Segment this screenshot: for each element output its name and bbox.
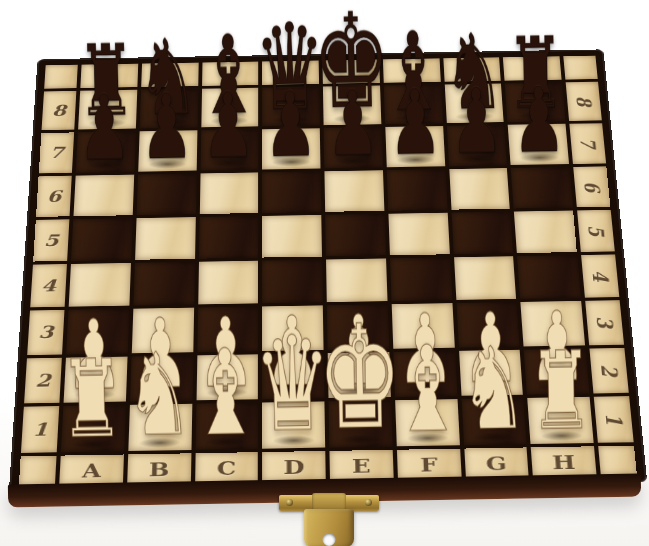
square-c6[interactable] (199, 172, 258, 214)
file-label-e: E (329, 450, 393, 480)
square-c1[interactable]: ♝ (195, 402, 258, 449)
square-b7[interactable]: ♟ (138, 130, 197, 171)
file-label-h: H (531, 446, 597, 476)
square-e5[interactable] (325, 214, 385, 257)
file-label-g: G (464, 447, 529, 477)
coordinate-text: A (82, 460, 102, 480)
coordinate-text: 8 (573, 96, 594, 107)
file-label-f: F (397, 449, 461, 479)
square-d7[interactable]: ♟ (262, 128, 320, 169)
coordinate-text: 8 (52, 103, 67, 118)
square-b5[interactable] (135, 217, 195, 260)
coordinate-text: 1 (602, 413, 625, 426)
rank-label-right-2: 2 (589, 348, 628, 394)
chessboard: 8♜♞♝♛♚♝♞♜87♟♟♟♟♟♟♟♟7665544332♟♟♟♟♟♟♟♟21♜… (11, 51, 645, 492)
coordinate-text: D (283, 456, 304, 476)
rank-label-left-6: 6 (36, 175, 72, 216)
piece-black-pawn[interactable]: ♟ (263, 82, 318, 168)
coordinate-text: 1 (32, 420, 48, 438)
piece-black-pawn[interactable]: ♟ (388, 80, 443, 166)
clasp-screw-right (365, 499, 372, 506)
coordinate-text: F (420, 454, 438, 474)
rank-label-left-2: 2 (24, 357, 62, 403)
coordinate-text: 6 (46, 188, 61, 204)
clasp-tongue (304, 509, 354, 546)
square-a6[interactable] (74, 174, 134, 216)
square-g5[interactable] (451, 211, 513, 254)
rank-label-right-8: 8 (566, 82, 602, 121)
square-e1[interactable]: ♚ (329, 400, 393, 447)
square-d1[interactable]: ♛ (262, 401, 325, 448)
square-h7[interactable]: ♟ (508, 124, 569, 165)
square-f6[interactable] (387, 169, 447, 211)
piece-black-pawn[interactable]: ♟ (512, 78, 567, 164)
square-g1[interactable]: ♞ (461, 398, 526, 445)
file-label-c: C (195, 452, 258, 482)
coordinate-text: 6 (581, 181, 603, 192)
piece-white-rook[interactable]: ♜ (529, 340, 594, 443)
file-label-d: D (262, 451, 325, 481)
border-corner (598, 446, 637, 476)
photo-backdrop: 8♜♞♝♛♚♝♞♜87♟♟♟♟♟♟♟♟7665544332♟♟♟♟♟♟♟♟21♜… (0, 0, 649, 546)
coordinate-text: H (551, 451, 576, 471)
piece-white-knight[interactable]: ♞ (460, 335, 529, 444)
coordinate-text: 2 (598, 364, 621, 376)
border-corner (19, 456, 57, 486)
border-corner (44, 65, 78, 89)
coordinate-text: G (485, 453, 507, 473)
piece-black-pawn[interactable]: ♟ (201, 83, 256, 169)
coordinate-text: 5 (44, 232, 59, 248)
rank-label-right-6: 6 (573, 166, 610, 207)
coordinate-text: 7 (577, 138, 598, 149)
square-a5[interactable] (71, 218, 132, 261)
rank-label-right-5: 5 (577, 210, 615, 252)
coordinate-text: 7 (49, 145, 64, 160)
coordinate-text: C (217, 457, 237, 477)
square-d5[interactable] (262, 215, 322, 258)
coordinate-text: E (352, 455, 371, 475)
coordinate-text: 4 (589, 270, 611, 282)
square-f7[interactable]: ♟ (385, 126, 445, 167)
coordinate-text: 3 (38, 324, 54, 341)
rank-label-right-7: 7 (569, 123, 606, 163)
square-a1[interactable]: ♜ (61, 405, 126, 452)
square-f1[interactable]: ♝ (395, 399, 460, 446)
rank-label-left-5: 5 (33, 219, 69, 261)
square-h6[interactable] (511, 167, 573, 209)
piece-white-bishop[interactable]: ♝ (391, 332, 463, 445)
piece-white-bishop[interactable]: ♝ (190, 336, 262, 449)
file-label-b: B (127, 453, 191, 483)
piece-white-knight[interactable]: ♞ (124, 341, 193, 450)
board-3d-wrapper: 8♜♞♝♛♚♝♞♜87♟♟♟♟♟♟♟♟7665544332♟♟♟♟♟♟♟♟21♜… (11, 51, 645, 492)
square-h1[interactable]: ♜ (527, 397, 593, 444)
rank-label-left-1: 1 (21, 406, 59, 453)
clasp-hole (323, 533, 336, 546)
piece-white-rook[interactable]: ♜ (59, 348, 124, 451)
rank-label-left-8: 8 (42, 91, 77, 130)
square-g6[interactable] (449, 168, 510, 210)
rank-label-left-7: 7 (39, 133, 74, 173)
square-b6[interactable] (136, 173, 196, 215)
coordinate-text: 4 (41, 277, 57, 294)
square-e7[interactable]: ♟ (324, 127, 383, 168)
square-d6[interactable] (262, 171, 321, 213)
square-h5[interactable] (514, 210, 577, 253)
coordinate-text: 2 (35, 371, 51, 388)
rank-label-right-1: 1 (594, 396, 634, 443)
piece-black-pawn[interactable]: ♟ (139, 84, 194, 170)
clasp-screw-left (286, 499, 293, 506)
rank-label-right-4: 4 (581, 254, 619, 297)
coordinate-text: B (148, 458, 169, 478)
border-corner (563, 56, 597, 80)
square-g7[interactable]: ♟ (447, 125, 507, 166)
square-e6[interactable] (324, 170, 384, 212)
rank-label-left-4: 4 (30, 264, 67, 308)
coordinate-text: 3 (593, 317, 615, 329)
piece-black-pawn[interactable]: ♟ (325, 81, 380, 167)
piece-white-king[interactable]: ♚ (316, 309, 403, 446)
coordinate-text: 5 (585, 225, 607, 236)
square-f5[interactable] (388, 213, 449, 256)
piece-black-pawn[interactable]: ♟ (450, 79, 505, 165)
square-b1[interactable]: ♞ (128, 404, 192, 451)
square-c7[interactable]: ♟ (200, 129, 258, 170)
square-a7[interactable]: ♟ (76, 132, 136, 173)
file-label-a: A (59, 454, 124, 484)
square-c5[interactable] (199, 216, 259, 259)
piece-black-pawn[interactable]: ♟ (77, 85, 132, 171)
